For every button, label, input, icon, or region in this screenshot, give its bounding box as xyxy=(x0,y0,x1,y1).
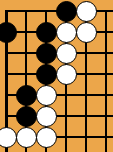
white-stone xyxy=(16,127,37,148)
black-stone xyxy=(36,64,57,85)
white-stone xyxy=(56,22,77,43)
white-stone xyxy=(36,127,57,148)
white-stone xyxy=(36,85,57,106)
black-stone xyxy=(56,1,77,22)
black-stone xyxy=(16,106,37,127)
white-stone xyxy=(76,22,97,43)
white-stone xyxy=(56,64,77,85)
black-stone xyxy=(0,22,17,43)
black-stone xyxy=(36,43,57,64)
black-stone xyxy=(36,22,57,43)
white-stone xyxy=(76,1,97,22)
go-board-diagram[interactable] xyxy=(0,0,113,152)
white-stone xyxy=(0,127,17,148)
white-stone xyxy=(56,43,77,64)
white-stone xyxy=(36,106,57,127)
board-stones xyxy=(0,1,113,148)
black-stone xyxy=(16,85,37,106)
